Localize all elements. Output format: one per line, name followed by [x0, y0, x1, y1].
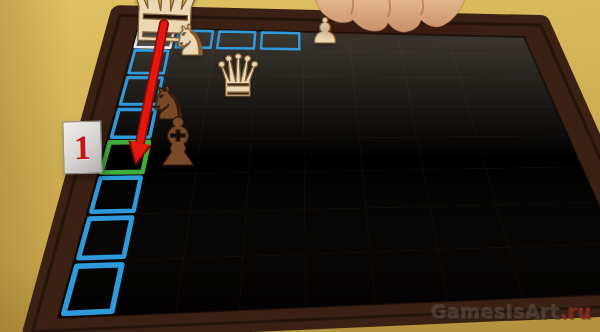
- move-number-text: 1: [74, 128, 92, 166]
- move-number-label: 1: [62, 120, 102, 174]
- piece-white-knight-b7[interactable]: ♞: [171, 20, 209, 62]
- piece-dark-bishop-b4[interactable]: ♝: [148, 110, 207, 176]
- piece-white-pawn-e8[interactable]: ♟: [309, 14, 340, 49]
- piece-white-queen-c6[interactable]: ♛: [212, 47, 264, 105]
